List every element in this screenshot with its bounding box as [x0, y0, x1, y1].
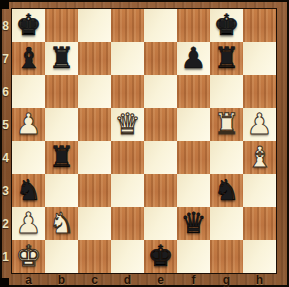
- square-d8[interactable]: [111, 9, 144, 42]
- square-a6[interactable]: [12, 75, 45, 108]
- square-e2[interactable]: [144, 207, 177, 240]
- square-b5[interactable]: [45, 108, 78, 141]
- frame-corner-shadow: [0, 278, 9, 287]
- frame-corner-shadow: [0, 0, 9, 9]
- square-c4[interactable]: [78, 141, 111, 174]
- square-h7[interactable]: [243, 42, 276, 75]
- rank-label-5: 5: [0, 108, 11, 141]
- square-a4[interactable]: [12, 141, 45, 174]
- rank-labels: 87654321: [0, 9, 11, 273]
- square-d5[interactable]: ♛: [111, 108, 144, 141]
- square-d4[interactable]: [111, 141, 144, 174]
- chessboard-widget: 87654321 ♚♚♝♜♟♜♟♛♜♟♜♝♞♞♟♞♛♚♚ abcdefgh: [0, 0, 289, 287]
- square-b1[interactable]: [45, 240, 78, 273]
- piece-black-rook[interactable]: ♜: [45, 141, 78, 174]
- square-f3[interactable]: [177, 174, 210, 207]
- file-label-f: f: [177, 273, 210, 286]
- square-h2[interactable]: [243, 207, 276, 240]
- file-label-e: e: [144, 273, 177, 286]
- file-label-g: g: [210, 273, 243, 286]
- square-d6[interactable]: [111, 75, 144, 108]
- rank-label-7: 7: [0, 42, 11, 75]
- square-f1[interactable]: [177, 240, 210, 273]
- file-labels: abcdefgh: [12, 273, 276, 286]
- square-a2[interactable]: ♟: [12, 207, 45, 240]
- file-label-b: b: [45, 273, 78, 286]
- square-b3[interactable]: [45, 174, 78, 207]
- square-c8[interactable]: [78, 9, 111, 42]
- square-e3[interactable]: [144, 174, 177, 207]
- square-e4[interactable]: [144, 141, 177, 174]
- square-h4[interactable]: ♝: [243, 141, 276, 174]
- piece-black-queen[interactable]: ♛: [177, 207, 210, 240]
- piece-black-king[interactable]: ♚: [210, 9, 243, 42]
- square-c5[interactable]: [78, 108, 111, 141]
- square-d1[interactable]: [111, 240, 144, 273]
- piece-white-rook[interactable]: ♜: [210, 108, 243, 141]
- square-h1[interactable]: [243, 240, 276, 273]
- rank-label-8: 8: [0, 9, 11, 42]
- file-label-d: d: [111, 273, 144, 286]
- square-h3[interactable]: [243, 174, 276, 207]
- square-g7[interactable]: ♜: [210, 42, 243, 75]
- square-e7[interactable]: [144, 42, 177, 75]
- rank-label-6: 6: [0, 75, 11, 108]
- file-label-h: h: [243, 273, 276, 286]
- file-label-a: a: [12, 273, 45, 286]
- square-c2[interactable]: [78, 207, 111, 240]
- square-h5[interactable]: ♟: [243, 108, 276, 141]
- square-b7[interactable]: ♜: [45, 42, 78, 75]
- piece-black-pawn[interactable]: ♟: [177, 42, 210, 75]
- square-g3[interactable]: ♞: [210, 174, 243, 207]
- square-a7[interactable]: ♝: [12, 42, 45, 75]
- piece-white-bishop[interactable]: ♝: [243, 141, 276, 174]
- piece-black-rook[interactable]: ♜: [210, 42, 243, 75]
- square-c3[interactable]: [78, 174, 111, 207]
- square-f4[interactable]: [177, 141, 210, 174]
- square-f6[interactable]: [177, 75, 210, 108]
- piece-black-knight[interactable]: ♞: [210, 174, 243, 207]
- rank-label-1: 1: [0, 240, 11, 273]
- square-a8[interactable]: ♚: [12, 9, 45, 42]
- piece-white-queen[interactable]: ♛: [111, 108, 144, 141]
- piece-black-king[interactable]: ♚: [144, 240, 177, 273]
- square-c1[interactable]: [78, 240, 111, 273]
- square-f7[interactable]: ♟: [177, 42, 210, 75]
- square-a5[interactable]: ♟: [12, 108, 45, 141]
- square-a3[interactable]: ♞: [12, 174, 45, 207]
- square-d3[interactable]: [111, 174, 144, 207]
- chess-board: ♚♚♝♜♟♜♟♛♜♟♜♝♞♞♟♞♛♚♚: [11, 8, 277, 274]
- piece-white-pawn[interactable]: ♟: [12, 207, 45, 240]
- square-g8[interactable]: ♚: [210, 9, 243, 42]
- square-g1[interactable]: [210, 240, 243, 273]
- square-g5[interactable]: ♜: [210, 108, 243, 141]
- file-label-c: c: [78, 273, 111, 286]
- piece-white-pawn[interactable]: ♟: [243, 108, 276, 141]
- square-d2[interactable]: [111, 207, 144, 240]
- rank-label-3: 3: [0, 174, 11, 207]
- square-h8[interactable]: [243, 9, 276, 42]
- square-b2[interactable]: ♞: [45, 207, 78, 240]
- square-d7[interactable]: [111, 42, 144, 75]
- piece-black-rook[interactable]: ♜: [45, 42, 78, 75]
- square-b4[interactable]: ♜: [45, 141, 78, 174]
- square-e6[interactable]: [144, 75, 177, 108]
- piece-white-king[interactable]: ♚: [12, 240, 45, 273]
- square-h6[interactable]: [243, 75, 276, 108]
- square-g4[interactable]: [210, 141, 243, 174]
- rank-label-4: 4: [0, 141, 11, 174]
- piece-black-knight[interactable]: ♞: [12, 174, 45, 207]
- square-f8[interactable]: [177, 9, 210, 42]
- square-c6[interactable]: [78, 75, 111, 108]
- piece-black-king[interactable]: ♚: [12, 9, 45, 42]
- rank-label-2: 2: [0, 207, 11, 240]
- square-g6[interactable]: [210, 75, 243, 108]
- square-f2[interactable]: ♛: [177, 207, 210, 240]
- square-e8[interactable]: [144, 9, 177, 42]
- square-f5[interactable]: [177, 108, 210, 141]
- square-e1[interactable]: ♚: [144, 240, 177, 273]
- piece-black-bishop[interactable]: ♝: [12, 42, 45, 75]
- piece-white-pawn[interactable]: ♟: [12, 108, 45, 141]
- piece-white-knight[interactable]: ♞: [45, 207, 78, 240]
- square-e5[interactable]: [144, 108, 177, 141]
- square-c7[interactable]: [78, 42, 111, 75]
- square-b6[interactable]: [45, 75, 78, 108]
- square-a1[interactable]: ♚: [12, 240, 45, 273]
- square-g2[interactable]: [210, 207, 243, 240]
- square-b8[interactable]: [45, 9, 78, 42]
